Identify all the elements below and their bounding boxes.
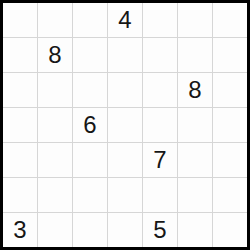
cell-r4c2[interactable] [73,143,107,177]
cell-r2c2[interactable] [73,73,107,107]
cell-r4c4[interactable]: 7 [143,143,177,177]
cell-r4c6[interactable] [213,143,247,177]
cell-r1c6[interactable] [213,38,247,72]
cell-r1c1[interactable]: 8 [38,38,72,72]
cell-r2c3[interactable] [108,73,142,107]
cell-r6c6[interactable] [213,213,247,247]
cell-r2c1[interactable] [38,73,72,107]
cell-r1c4[interactable] [143,38,177,72]
cell-r6c4[interactable]: 5 [143,213,177,247]
cell-r0c0[interactable] [3,3,37,37]
cell-r3c0[interactable] [3,108,37,142]
cell-r0c4[interactable] [143,3,177,37]
cell-r1c2[interactable] [73,38,107,72]
puzzle-board: 4886735 [0,0,250,250]
cell-r6c0[interactable]: 3 [3,213,37,247]
cell-r0c1[interactable] [38,3,72,37]
cell-r0c6[interactable] [213,3,247,37]
cell-r5c3[interactable] [108,178,142,212]
cell-r3c4[interactable] [143,108,177,142]
cell-r3c3[interactable] [108,108,142,142]
cell-r0c3[interactable]: 4 [108,3,142,37]
cell-r0c5[interactable] [178,3,212,37]
cell-r6c3[interactable] [108,213,142,247]
cell-r4c1[interactable] [38,143,72,177]
cell-r6c5[interactable] [178,213,212,247]
cell-r4c5[interactable] [178,143,212,177]
cell-r4c0[interactable] [3,143,37,177]
cell-r5c0[interactable] [3,178,37,212]
cell-r3c6[interactable] [213,108,247,142]
cell-r5c6[interactable] [213,178,247,212]
cell-r6c1[interactable] [38,213,72,247]
cell-r5c4[interactable] [143,178,177,212]
cell-r3c2[interactable]: 6 [73,108,107,142]
cell-r4c3[interactable] [108,143,142,177]
cell-r5c1[interactable] [38,178,72,212]
cell-r5c2[interactable] [73,178,107,212]
cell-r2c4[interactable] [143,73,177,107]
cell-r2c0[interactable] [3,73,37,107]
cell-r1c5[interactable] [178,38,212,72]
cell-r1c3[interactable] [108,38,142,72]
cell-r1c0[interactable] [3,38,37,72]
cell-r5c5[interactable] [178,178,212,212]
cell-r3c1[interactable] [38,108,72,142]
cell-r2c6[interactable] [213,73,247,107]
cell-r3c5[interactable] [178,108,212,142]
cell-r0c2[interactable] [73,3,107,37]
cell-r6c2[interactable] [73,213,107,247]
cell-r2c5[interactable]: 8 [178,73,212,107]
